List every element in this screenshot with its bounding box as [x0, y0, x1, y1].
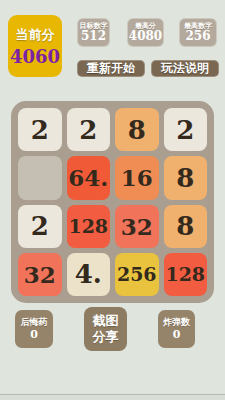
tile-8-r1c3: 8 [115, 108, 159, 151]
undo-count: 0 [30, 328, 38, 341]
game-screen: 当前分 4060 目标数字 512 最高分 4080 最高数字 256 重新开始… [0, 0, 225, 400]
highest-tile-value: 256 [185, 30, 210, 43]
target-number-value: 512 [81, 30, 106, 43]
restart-button[interactable]: 重新开始 [77, 60, 145, 77]
tile-4-r4c2: 4. [67, 253, 111, 296]
tile-16-r2c3: 16 [115, 156, 159, 199]
tile-128-r3c2: 128 [67, 205, 111, 248]
tile-8-r3c4: 8 [164, 205, 208, 248]
bomb-label: 炸弹数 [163, 317, 190, 328]
tile-2-r1c2: 2 [67, 108, 111, 151]
share-label-line1: 截图 [93, 313, 119, 329]
tile-2-r1c1: 2 [18, 108, 62, 151]
bomb-count-button[interactable]: 炸弹数 0 [158, 310, 195, 348]
current-score-label: 当前分 [16, 26, 55, 44]
highest-tile-badge: 最高数字 256 [179, 18, 217, 47]
current-score-value: 4060 [10, 46, 60, 67]
tile-64-r2c2: 64. [67, 156, 111, 199]
tile-32-r3c3: 32 [115, 205, 159, 248]
tile-128-r4c4: 128 [164, 253, 208, 296]
bomb-count: 0 [173, 328, 181, 341]
board-grid[interactable]: 228264.1682128328324.256128 [11, 101, 214, 303]
high-score-badge: 最高分 4080 [127, 18, 164, 47]
tile-256-r4c3: 256 [115, 253, 159, 296]
high-score-value: 4080 [129, 30, 162, 43]
bottom-strip [0, 395, 225, 400]
empty-cell-r2c1 [18, 156, 62, 199]
current-score-badge: 当前分 4060 [8, 15, 62, 77]
tile-8-r2c4: 8 [164, 156, 208, 199]
tile-32-r4c1: 32 [18, 253, 62, 296]
share-label-line2: 分享 [93, 329, 119, 345]
undo-label: 后悔药 [21, 317, 48, 328]
how-to-play-button[interactable]: 玩法说明 [151, 60, 219, 77]
tile-2-r3c1: 2 [18, 205, 62, 248]
target-number-badge: 目标数字 512 [77, 18, 110, 47]
undo-button[interactable]: 后悔药 0 [15, 310, 53, 348]
screenshot-share-button[interactable]: 截图 分享 [84, 307, 127, 351]
tile-2-r1c4: 2 [164, 108, 208, 151]
